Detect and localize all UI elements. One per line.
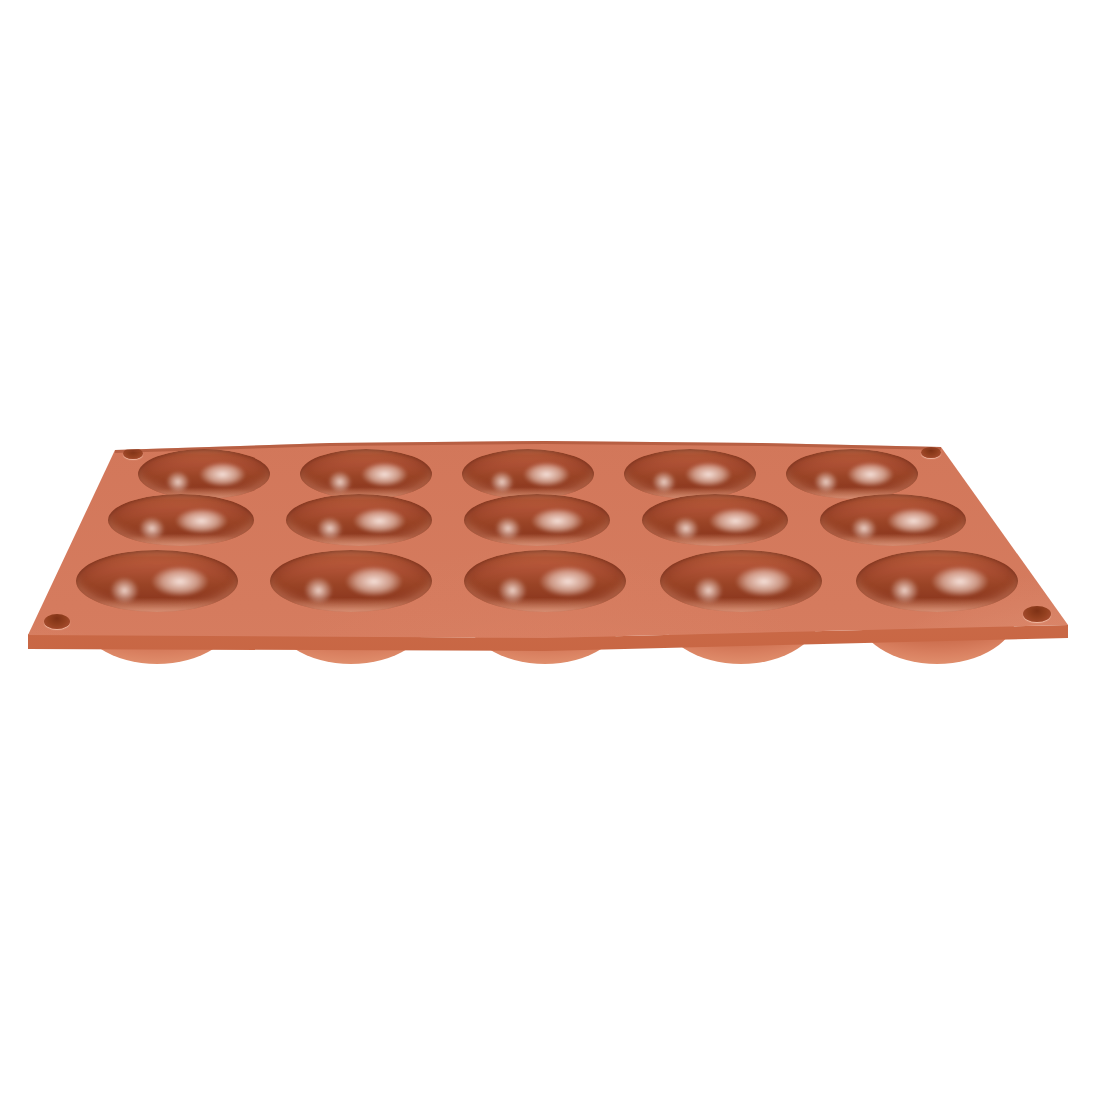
mould-cavity-r2c2 <box>286 494 432 546</box>
specular-highlight <box>496 575 529 607</box>
specular-highlight <box>326 469 353 495</box>
product-photo-canvas <box>0 0 1100 1100</box>
specular-highlight <box>302 575 335 607</box>
specular-highlight <box>692 575 725 607</box>
specular-highlight <box>353 508 406 534</box>
specular-highlight <box>539 566 597 597</box>
specular-highlight <box>531 508 584 534</box>
corner-hole-bottom-left <box>44 614 70 629</box>
corner-hole-bottom-right <box>1023 606 1051 622</box>
mould-cavity-r3c5 <box>856 550 1018 612</box>
specular-highlight <box>812 469 839 495</box>
specular-highlight <box>523 462 571 487</box>
specular-highlight <box>888 575 921 607</box>
mould-cavity-r3c1 <box>76 550 238 612</box>
mould-cavity-r3c2 <box>270 550 432 612</box>
mould-cavity-r1c2 <box>300 449 432 499</box>
specular-highlight <box>361 462 409 487</box>
silicone-baking-mould <box>0 0 1100 1100</box>
specular-highlight <box>887 508 940 534</box>
mould-cavity-r3c3 <box>464 550 626 612</box>
specular-highlight <box>315 515 345 542</box>
specular-highlight <box>685 462 733 487</box>
specular-highlight <box>931 566 989 597</box>
specular-highlight <box>151 566 209 597</box>
specular-highlight <box>847 462 895 487</box>
mould-cavity-r2c5 <box>820 494 966 546</box>
mould-cavity-r1c4 <box>624 449 756 499</box>
mould-cavity-r2c4 <box>642 494 788 546</box>
specular-highlight <box>137 515 167 542</box>
specular-highlight <box>488 469 515 495</box>
specular-highlight <box>164 469 191 495</box>
specular-highlight <box>709 508 762 534</box>
mould-cavity-r1c3 <box>462 449 594 499</box>
specular-highlight <box>175 508 228 534</box>
specular-highlight <box>108 575 141 607</box>
specular-highlight <box>671 515 701 542</box>
mould-cavity-r1c5 <box>786 449 918 499</box>
specular-highlight <box>493 515 523 542</box>
mould-cavity-r2c3 <box>464 494 610 546</box>
specular-highlight <box>735 566 793 597</box>
specular-highlight <box>650 469 677 495</box>
specular-highlight <box>849 515 879 542</box>
mould-cavity-r3c4 <box>660 550 822 612</box>
specular-highlight <box>345 566 403 597</box>
mould-cavity-r1c1 <box>138 449 270 499</box>
mould-cavity-r2c1 <box>108 494 254 546</box>
specular-highlight <box>199 462 247 487</box>
